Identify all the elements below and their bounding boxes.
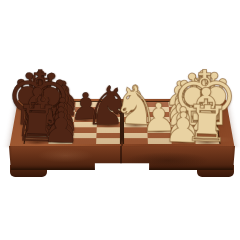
board-frame-front	[9, 146, 235, 170]
chess-board	[9, 99, 234, 148]
square-h8[interactable]	[25, 138, 50, 144]
square-h4[interactable]	[124, 138, 148, 144]
playing-field	[25, 102, 220, 144]
hinge-gap	[120, 102, 124, 144]
square-h7[interactable]	[48, 138, 72, 144]
hinge-seam-front	[120, 146, 122, 170]
hinge-seam	[121, 99, 123, 147]
square-h1[interactable]	[195, 138, 220, 144]
board-right-half	[124, 102, 220, 144]
square-h5[interactable]	[96, 138, 120, 144]
square-h3[interactable]	[148, 138, 172, 144]
square-h6[interactable]	[72, 138, 96, 144]
board-left-half	[25, 102, 121, 144]
chess-set-photo: ♜♝♛♚♝♞♜♟♟♟♟♟♟♟♟♞♟♞♟♟♟♟♟♟♟♜♞♝♛♚♝♜	[0, 0, 240, 240]
square-h2[interactable]	[171, 138, 195, 144]
